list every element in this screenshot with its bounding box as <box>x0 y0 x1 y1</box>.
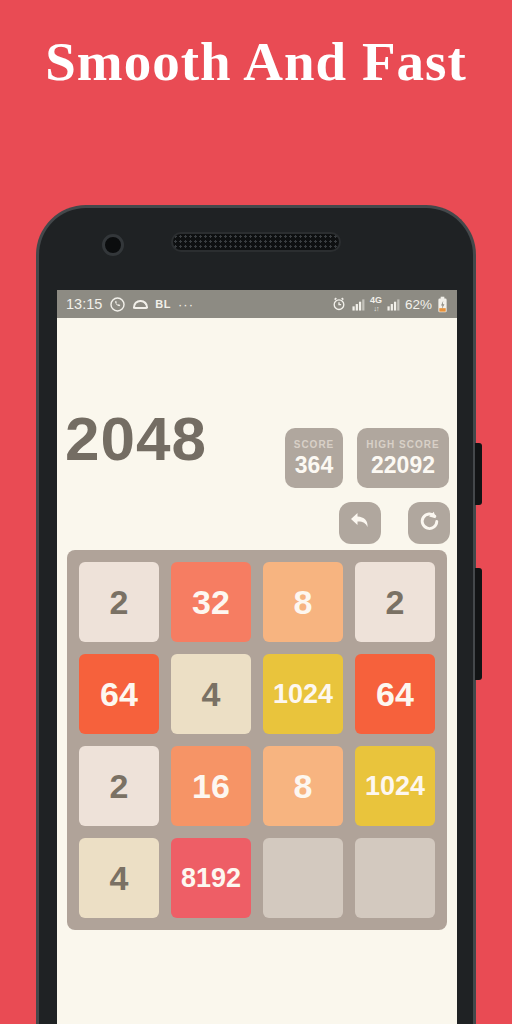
score-label: SCORE <box>294 439 335 450</box>
phone-screen: 13:15 BL ··· <box>57 290 457 1024</box>
status-bar-right: 4G ↓↑ 62% <box>331 296 448 313</box>
high-score-badge: HIGH SCORE 22092 <box>357 428 449 488</box>
tile-4-r4c1: 4 <box>79 838 159 918</box>
score-value: 364 <box>295 452 333 479</box>
notification-dome-icon <box>133 300 148 309</box>
refresh-button[interactable] <box>408 502 450 544</box>
alarm-icon <box>331 296 347 312</box>
power-button <box>475 443 482 505</box>
tile-2-r3c1: 2 <box>79 746 159 826</box>
status-bar-left: 13:15 BL ··· <box>66 296 194 313</box>
volume-button <box>475 568 482 680</box>
high-score-value: 22092 <box>371 452 435 479</box>
status-bar: 13:15 BL ··· <box>57 290 457 318</box>
board[interactable]: 232826441024642168102448192 <box>67 550 447 930</box>
undo-icon <box>348 510 372 537</box>
undo-button[interactable] <box>339 502 381 544</box>
score-badge: SCORE 364 <box>285 428 343 488</box>
front-camera-icon <box>102 234 124 256</box>
battery-percent: 62% <box>405 297 432 312</box>
status-carrier: BL <box>155 298 171 310</box>
tile-16-r3c2: 16 <box>171 746 251 826</box>
tile-1024-r2c3: 1024 <box>263 654 343 734</box>
tile-8192-r4c2: 8192 <box>171 838 251 918</box>
tile-4-r2c2: 4 <box>171 654 251 734</box>
tile-8-r1c3: 8 <box>263 562 343 642</box>
refresh-icon <box>418 510 441 536</box>
tile-1024-r3c4: 1024 <box>355 746 435 826</box>
empty-cell-r4c3 <box>263 838 343 918</box>
status-time: 13:15 <box>66 296 102 312</box>
signal-icon <box>352 298 365 311</box>
whatsapp-icon <box>109 296 126 313</box>
game-logo: 2048 <box>65 408 207 470</box>
banner-title: Smooth And Fast <box>0 30 512 93</box>
phone-mockup: 13:15 BL ··· <box>36 205 476 1024</box>
tile-2-r1c4: 2 <box>355 562 435 642</box>
tile-64-r2c1: 64 <box>79 654 159 734</box>
empty-cell-r4c4 <box>355 838 435 918</box>
more-notifications-icon: ··· <box>178 297 194 312</box>
signal-icon-2 <box>387 298 400 311</box>
tile-2-r1c1: 2 <box>79 562 159 642</box>
high-score-label: HIGH SCORE <box>366 439 439 450</box>
tile-8-r3c3: 8 <box>263 746 343 826</box>
earpiece-speaker-icon <box>171 232 341 252</box>
tile-64-r2c4: 64 <box>355 654 435 734</box>
tile-32-r1c2: 32 <box>171 562 251 642</box>
network-4g-icon: 4G ↓↑ <box>370 296 382 312</box>
battery-charging-icon <box>437 296 448 313</box>
